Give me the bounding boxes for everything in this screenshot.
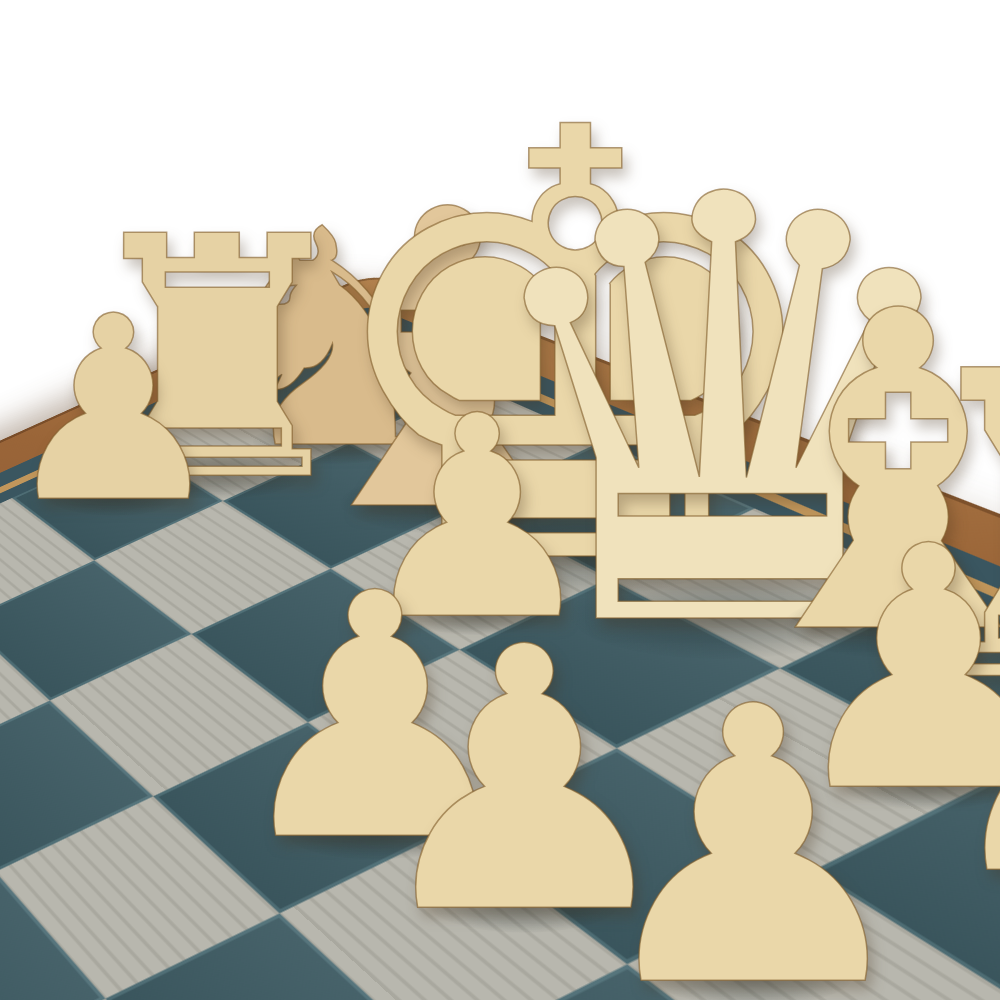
piece-white-pawn-a3[interactable]: ♟ xyxy=(0,283,228,538)
chess-product-photo: ♞♝♚♛♝♜♜♟♟♟♟♟♟♟ xyxy=(0,0,1000,1000)
piece-white-pawn-f3[interactable]: ♟ xyxy=(582,658,924,1000)
piece-white-pawn-g2[interactable]: ♟ xyxy=(928,546,1000,928)
